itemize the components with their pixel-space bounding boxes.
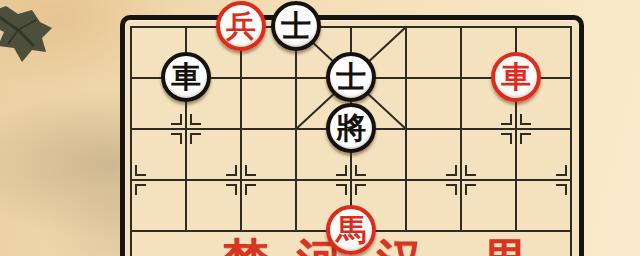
black-chariot-piece[interactable]: 車	[161, 52, 211, 102]
red-soldier-piece[interactable]: 兵	[216, 1, 266, 51]
red-horse-piece[interactable]: 馬	[326, 205, 376, 255]
leaf-decoration-icon	[0, 2, 68, 82]
black-general-piece[interactable]: 將	[326, 103, 376, 153]
black-advisor-1-piece[interactable]: 士	[271, 1, 321, 51]
xiangqi-screenshot: 楚 河 汉 界 兵士車士車將馬	[0, 0, 640, 256]
black-advisor-2-piece[interactable]: 士	[326, 52, 376, 102]
red-chariot-piece[interactable]: 車	[491, 52, 541, 102]
